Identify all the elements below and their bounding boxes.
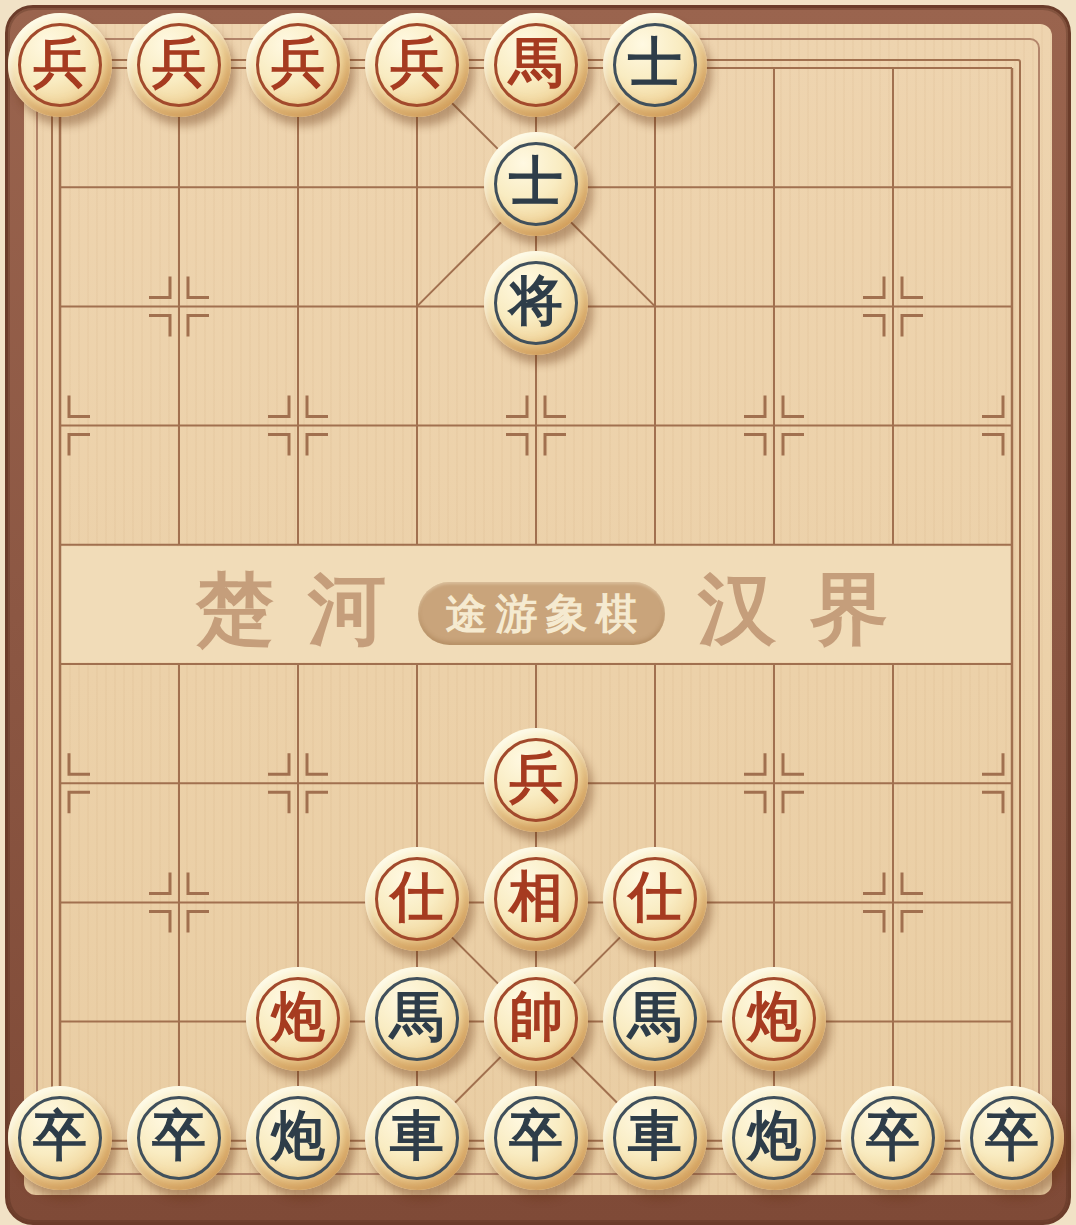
piece-red-soldier[interactable]: 兵	[246, 13, 350, 117]
piece-red-cannon[interactable]: 炮	[722, 967, 826, 1071]
piece-glyph: 帥	[509, 990, 563, 1044]
piece-glyph: 車	[628, 1109, 682, 1163]
piece-black-advisor[interactable]: 士	[603, 13, 707, 117]
piece-glyph: 馬	[509, 36, 563, 90]
piece-glyph: 兵	[509, 751, 563, 805]
piece-red-cannon[interactable]: 炮	[246, 967, 350, 1071]
piece-glyph: 炮	[747, 1109, 801, 1163]
piece-red-general[interactable]: 帥	[484, 967, 588, 1071]
piece-black-cannon[interactable]: 炮	[246, 1086, 350, 1190]
piece-red-soldier[interactable]: 兵	[8, 13, 112, 117]
piece-red-elephant[interactable]: 相	[484, 847, 588, 951]
piece-glyph: 馬	[390, 990, 444, 1044]
xiangqi-board-screen: 楚河 途游象棋 汉界 兵兵兵兵馬士士将兵仕相仕炮馬帥馬炮卒卒炮車卒車炮卒卒	[0, 0, 1076, 1225]
piece-glyph: 仕	[390, 870, 444, 924]
piece-glyph: 兵	[390, 36, 444, 90]
piece-glyph: 卒	[985, 1109, 1039, 1163]
piece-black-horse[interactable]: 馬	[603, 967, 707, 1071]
piece-glyph: 仕	[628, 870, 682, 924]
piece-black-chariot[interactable]: 車	[603, 1086, 707, 1190]
piece-black-advisor[interactable]: 士	[484, 132, 588, 236]
piece-black-soldier[interactable]: 卒	[484, 1086, 588, 1190]
piece-glyph: 炮	[747, 990, 801, 1044]
piece-glyph: 卒	[509, 1109, 563, 1163]
piece-black-soldier[interactable]: 卒	[960, 1086, 1064, 1190]
piece-glyph: 車	[390, 1109, 444, 1163]
piece-black-horse[interactable]: 馬	[365, 967, 469, 1071]
piece-glyph: 士	[628, 36, 682, 90]
pieces-layer: 兵兵兵兵馬士士将兵仕相仕炮馬帥馬炮卒卒炮車卒車炮卒卒	[0, 0, 1076, 1225]
piece-glyph: 炮	[271, 1109, 325, 1163]
piece-black-chariot[interactable]: 車	[365, 1086, 469, 1190]
piece-red-advisor[interactable]: 仕	[365, 847, 469, 951]
piece-glyph: 卒	[866, 1109, 920, 1163]
piece-glyph: 兵	[152, 36, 206, 90]
piece-red-soldier[interactable]: 兵	[127, 13, 231, 117]
piece-black-general[interactable]: 将	[484, 251, 588, 355]
piece-red-advisor[interactable]: 仕	[603, 847, 707, 951]
piece-black-cannon[interactable]: 炮	[722, 1086, 826, 1190]
piece-black-soldier[interactable]: 卒	[127, 1086, 231, 1190]
piece-red-soldier[interactable]: 兵	[484, 728, 588, 832]
piece-glyph: 将	[509, 274, 563, 328]
piece-glyph: 兵	[271, 36, 325, 90]
piece-glyph: 士	[509, 155, 563, 209]
piece-glyph: 馬	[628, 990, 682, 1044]
piece-glyph: 卒	[33, 1109, 87, 1163]
piece-glyph: 卒	[152, 1109, 206, 1163]
piece-black-soldier[interactable]: 卒	[8, 1086, 112, 1190]
piece-red-horse[interactable]: 馬	[484, 13, 588, 117]
piece-black-soldier[interactable]: 卒	[841, 1086, 945, 1190]
piece-glyph: 炮	[271, 990, 325, 1044]
piece-glyph: 兵	[33, 36, 87, 90]
piece-red-soldier[interactable]: 兵	[365, 13, 469, 117]
piece-glyph: 相	[509, 870, 563, 924]
